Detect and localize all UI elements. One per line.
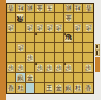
shogi-piece-pawn[interactable]: 歩	[55, 64, 62, 72]
board-cell[interactable]: 桂	[16, 4, 26, 14]
board-cell[interactable]	[55, 53, 65, 63]
board-cell[interactable]	[74, 33, 84, 43]
board-cell[interactable]: 香	[83, 83, 93, 93]
shogi-piece-pawn[interactable]: 歩	[85, 64, 92, 72]
right-stand-block	[95, 57, 101, 72]
shogi-piece-knight[interactable]: 桂	[74, 4, 81, 12]
shogi-piece-gold[interactable]: 金	[55, 84, 62, 92]
board-cell[interactable]: 歩	[45, 23, 55, 33]
board-cell[interactable]: 王	[45, 83, 55, 93]
board-cell[interactable]	[55, 4, 65, 14]
board-cell[interactable]	[35, 13, 45, 23]
shogi-piece-pawn[interactable]: 歩	[46, 64, 53, 72]
captured-piece-tile[interactable]	[95, 44, 100, 50]
board-cell[interactable]: 桂	[16, 83, 26, 93]
board-cell[interactable]	[35, 53, 45, 63]
board-cell[interactable]	[16, 23, 26, 33]
board-cell[interactable]	[45, 33, 55, 43]
board-cell[interactable]	[55, 73, 65, 83]
shogi-piece-silver[interactable]: 銀	[65, 4, 72, 12]
board-cell[interactable]	[74, 13, 84, 23]
board-cell[interactable]	[35, 73, 45, 83]
board-cell[interactable]	[55, 43, 65, 53]
board-cell[interactable]: 歩	[45, 63, 55, 73]
board-cell[interactable]	[64, 23, 74, 33]
shogi-piece-pawn[interactable]: 歩	[26, 24, 33, 32]
shogi-piece-knight[interactable]: 桂	[74, 84, 81, 92]
board-cell[interactable]: 香	[7, 4, 17, 14]
shogi-piece-pawn[interactable]: 歩	[7, 24, 14, 32]
board-cell[interactable]	[45, 73, 55, 83]
board-cell[interactable]: 玉	[45, 4, 55, 14]
shogi-piece-knight[interactable]: 桂	[17, 84, 24, 92]
board-cell[interactable]	[74, 53, 84, 63]
board-cell[interactable]: 金	[35, 4, 45, 14]
board-cell[interactable]	[64, 73, 74, 83]
board-cell[interactable]	[64, 53, 74, 63]
shogi-piece-rook[interactable]: 飛	[16, 14, 24, 23]
shogi-piece-pawn[interactable]: 歩	[36, 24, 43, 32]
board-cell[interactable]: 歩	[74, 23, 84, 33]
shogi-piece-king[interactable]: 玉	[46, 4, 53, 12]
board-cell[interactable]	[83, 53, 93, 63]
board-cell[interactable]: 飛	[16, 13, 26, 23]
board-cell[interactable]: 歩	[7, 63, 17, 73]
board-cell[interactable]	[26, 83, 36, 93]
shogi-piece-silver[interactable]: 銀	[17, 74, 24, 82]
board-cell[interactable]	[26, 33, 36, 43]
board-cell[interactable]: 歩	[16, 43, 26, 53]
board-cell[interactable]: 歩	[83, 63, 93, 73]
shogi-piece-knight[interactable]: 桂	[17, 4, 24, 12]
board-cell[interactable]	[83, 33, 93, 43]
board-cell[interactable]	[55, 13, 65, 23]
board-cell[interactable]	[45, 13, 55, 23]
shogi-piece-pawn[interactable]: 歩	[85, 24, 92, 32]
board-cell[interactable]: 銀	[26, 4, 36, 14]
board-cell[interactable]	[83, 73, 93, 83]
board-cell[interactable]	[26, 13, 36, 23]
captured-piece-tile[interactable]	[95, 50, 100, 56]
shogi-piece-gold[interactable]: 金	[65, 14, 72, 22]
shogi-piece-lance[interactable]: 香	[7, 84, 14, 92]
board-cell[interactable]	[7, 13, 17, 23]
board-cell[interactable]	[26, 43, 36, 53]
board-cell[interactable]	[7, 53, 17, 63]
shogi-piece-lance[interactable]: 香	[85, 84, 92, 92]
shogi-piece-lance[interactable]: 香	[85, 4, 92, 12]
board-cell[interactable]	[55, 33, 65, 43]
board-cell[interactable]	[83, 13, 93, 23]
board-cell[interactable]: 桂	[74, 4, 84, 14]
board-grid: 香桂銀金玉銀桂香飛金歩歩歩歩歩歩歩飛歩歩歩歩歩歩歩歩歩銀金香桂王金銀桂香	[7, 4, 94, 94]
board-cell[interactable]	[74, 43, 84, 53]
hoshi-dot	[35, 33, 37, 35]
board-cell[interactable]: 歩	[26, 53, 36, 63]
bottom-margin	[6, 94, 101, 100]
shogi-piece-silver[interactable]: 銀	[65, 84, 72, 92]
captured-piece-glyph	[96, 45, 98, 48]
shogi-piece-pawn[interactable]: 歩	[7, 64, 14, 72]
board-cell[interactable]	[64, 43, 74, 53]
board-cell[interactable]	[74, 73, 84, 83]
board-cell[interactable]	[45, 43, 55, 53]
hoshi-dot	[64, 63, 66, 65]
shogi-piece-pawn[interactable]: 歩	[26, 54, 33, 62]
board-cell[interactable]: 香	[83, 4, 93, 14]
shogi-piece-silver[interactable]: 銀	[26, 4, 33, 12]
board-cell[interactable]: 歩	[55, 23, 65, 33]
board-cell[interactable]: 銀	[64, 4, 74, 14]
board-cell[interactable]: 歩	[55, 63, 65, 73]
board-cell[interactable]	[35, 83, 45, 93]
board-cell[interactable]: 銀	[16, 73, 26, 83]
board-cell[interactable]	[35, 43, 45, 53]
shogi-piece-gold[interactable]: 金	[36, 4, 43, 12]
hoshi-dot	[35, 63, 37, 65]
board-cell[interactable]: 金	[64, 13, 74, 23]
board-cell[interactable]: 歩	[35, 23, 45, 33]
board-cell[interactable]	[7, 43, 17, 53]
shogi-piece-gold[interactable]: 金	[26, 74, 33, 82]
board-cell[interactable]	[74, 63, 84, 73]
board-cell[interactable]: 香	[7, 83, 17, 93]
board-cell[interactable]	[26, 63, 36, 73]
board-cell[interactable]: 銀	[64, 83, 74, 93]
board-cell[interactable]: 桂	[74, 83, 84, 93]
board-cell[interactable]: 歩	[16, 63, 26, 73]
captured-piece-glyph	[96, 51, 98, 54]
board-cell[interactable]	[16, 53, 26, 63]
hoshi-dot	[64, 33, 66, 35]
shogi-piece-pawn[interactable]: 歩	[55, 24, 62, 32]
board-cell[interactable]: 金	[55, 83, 65, 93]
shogi-piece-pawn[interactable]: 歩	[74, 24, 81, 32]
board-cell[interactable]: 歩	[26, 23, 36, 33]
shogi-piece-pawn[interactable]: 歩	[17, 44, 24, 52]
board-cell[interactable]: 金	[26, 73, 36, 83]
shogi-piece-pawn[interactable]: 歩	[17, 64, 24, 72]
shogi-piece-lance[interactable]: 香	[7, 4, 14, 12]
board-cell[interactable]	[7, 73, 17, 83]
shogi-piece-king[interactable]: 王	[46, 84, 53, 92]
board-cell[interactable]	[7, 33, 17, 43]
board-cell[interactable]	[83, 43, 93, 53]
shogi-piece-pawn[interactable]: 歩	[46, 24, 53, 32]
board-cell[interactable]: 歩	[7, 23, 17, 33]
board-cell[interactable]	[16, 33, 26, 43]
board-cell[interactable]	[45, 53, 55, 63]
shogi-board: 香桂銀金玉銀桂香飛金歩歩歩歩歩歩歩飛歩歩歩歩歩歩歩歩歩銀金香桂王金銀桂香	[6, 3, 95, 95]
board-cell[interactable]: 歩	[83, 23, 93, 33]
